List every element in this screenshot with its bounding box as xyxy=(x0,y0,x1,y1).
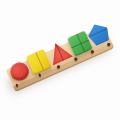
product-photo xyxy=(0,0,120,120)
yellow-square-seam xyxy=(35,52,44,70)
shape-sorter-board xyxy=(6,26,114,92)
pentagon-seam xyxy=(88,28,108,37)
